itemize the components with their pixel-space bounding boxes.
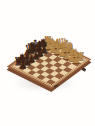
piece-dark-pawn: ♟: [27, 54, 37, 64]
piece-light-king: ♚: [58, 38, 75, 55]
piece-dark-bishop: ♝: [33, 39, 46, 52]
chess-set-photo: ♜♞♝♛♚♝♞♜♟♟♟♟♟♟♟♞♟♝♟♛♟♚♟♝♟♞♟♜: [0, 0, 95, 126]
piece-light-rook: ♜: [75, 51, 86, 62]
piece-light-rook: ♜: [42, 35, 53, 46]
piece-light-pawn: ♟: [53, 46, 63, 56]
piece-dark-pawn: ♟: [23, 57, 33, 67]
piece-light-pawn: ♟: [67, 53, 77, 63]
piece-dark-rook: ♜: [13, 56, 24, 67]
piece-dark-pawn: ♟: [31, 51, 41, 61]
piece-dark-pawn: ♟: [39, 45, 49, 55]
piece-dark-queen: ♛: [23, 42, 39, 58]
piece-dark-pawn: ♟: [18, 60, 28, 70]
piece-light-pawn: ♟: [62, 51, 72, 61]
piece-dark-pawn: ♟: [35, 48, 45, 58]
piece-light-pawn: ♟: [44, 41, 54, 51]
piece-light-pawn: ♟: [48, 44, 58, 54]
pieces-layer: ♜♞♝♛♚♝♞♜♟♟♟♟♟♟♟♞♟♝♟♛♟♚♟♝♟♞♟♜: [0, 0, 95, 126]
piece-dark-knight: ♞: [17, 52, 29, 64]
piece-dark-bishop: ♝: [20, 48, 33, 61]
piece-dark-knight: ♞: [38, 37, 50, 49]
piece-light-bishop: ♝: [51, 37, 64, 50]
piece-light-knight: ♞: [70, 47, 82, 59]
piece-light-pawn: ♟: [58, 48, 68, 58]
piece-light-knight: ♞: [47, 36, 59, 48]
piece-light-pawn: ♟: [72, 55, 82, 65]
piece-light-queen: ♛: [54, 37, 70, 53]
piece-light-bishop: ♝: [65, 44, 78, 57]
piece-dark-king: ♚: [27, 38, 44, 55]
